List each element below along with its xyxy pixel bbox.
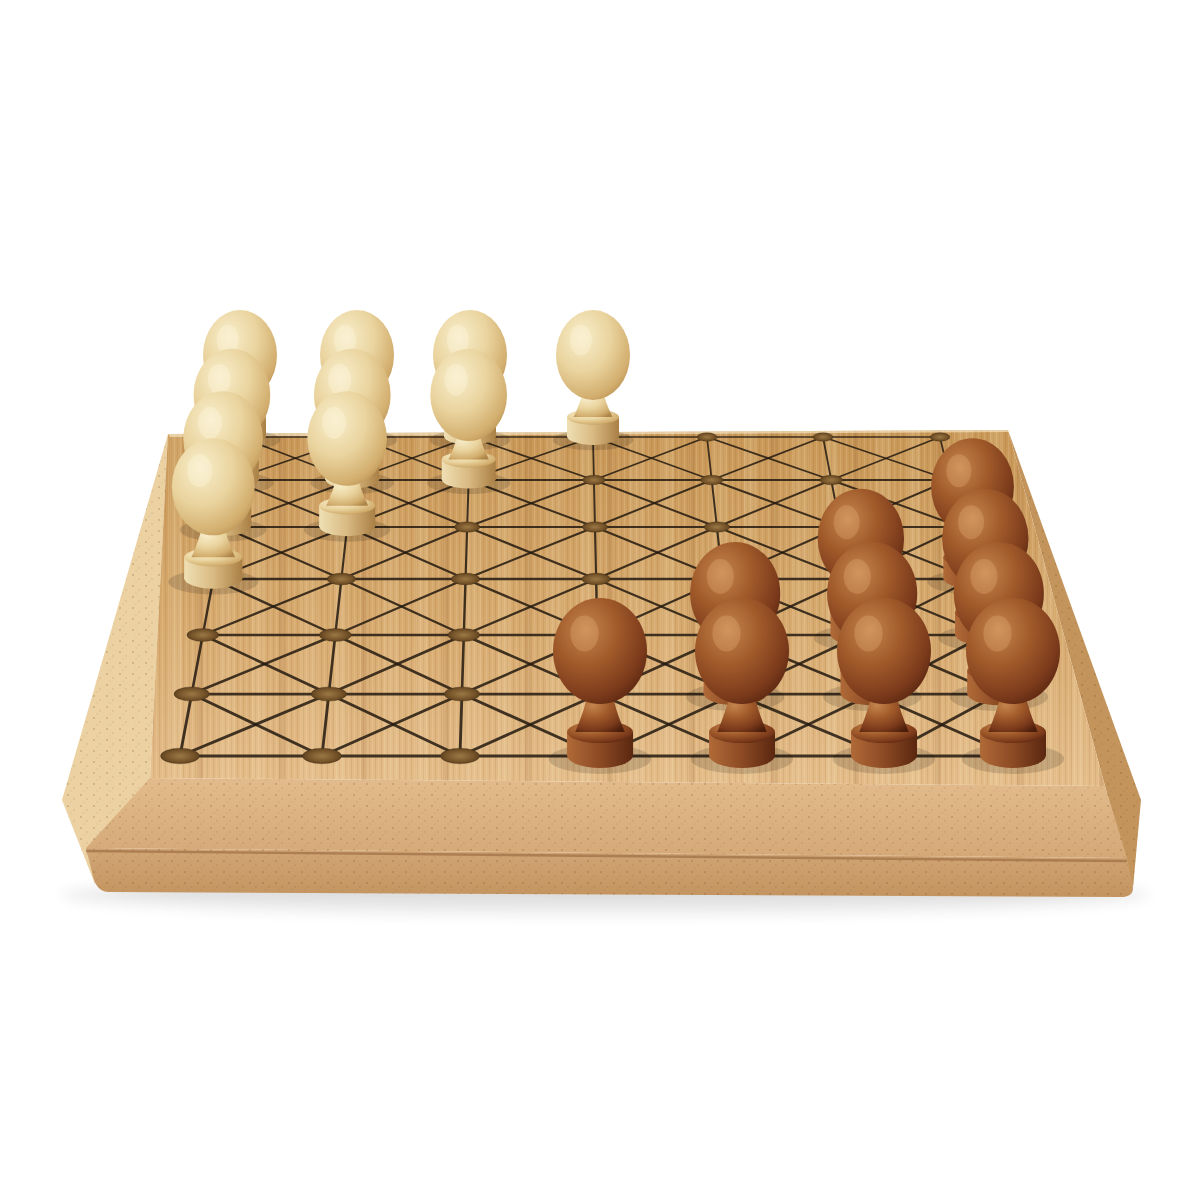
- hole-r5c2[interactable]: [319, 629, 351, 642]
- hole-r7c3[interactable]: [441, 748, 480, 764]
- grid-line: [594, 480, 595, 527]
- hole-r4c3[interactable]: [451, 573, 479, 585]
- hole-r5c3[interactable]: [448, 629, 480, 642]
- hole-r5c1[interactable]: [187, 629, 219, 642]
- hole-r7c2[interactable]: [303, 748, 342, 764]
- hole-r3c4[interactable]: [582, 522, 607, 533]
- hole-r7c1[interactable]: [161, 748, 200, 764]
- hole-r1c5[interactable]: [697, 433, 717, 442]
- hole-r2c4[interactable]: [583, 475, 606, 485]
- hole-r3c3[interactable]: [454, 522, 479, 533]
- grid-line: [595, 527, 596, 579]
- peg-light-r1c4[interactable]: [553, 310, 634, 450]
- hole-r1c6[interactable]: [813, 433, 833, 442]
- hole-r6c3[interactable]: [444, 687, 479, 701]
- hole-r4c4[interactable]: [582, 573, 610, 585]
- hole-r2c6[interactable]: [820, 475, 843, 485]
- product-photo-scene: [0, 0, 1200, 1200]
- grid-line: [460, 694, 462, 756]
- grid-line: [462, 635, 464, 694]
- hole-r2c5[interactable]: [700, 475, 723, 485]
- hole-r1c7[interactable]: [930, 433, 950, 442]
- game-board: [0, 0, 1200, 1200]
- board-front-bevel-upper-texture: [86, 778, 1127, 858]
- hole-r6c2[interactable]: [311, 687, 346, 701]
- hole-r6c1[interactable]: [174, 687, 209, 701]
- hole-r4c2[interactable]: [327, 573, 355, 585]
- hole-r3c5[interactable]: [704, 522, 729, 533]
